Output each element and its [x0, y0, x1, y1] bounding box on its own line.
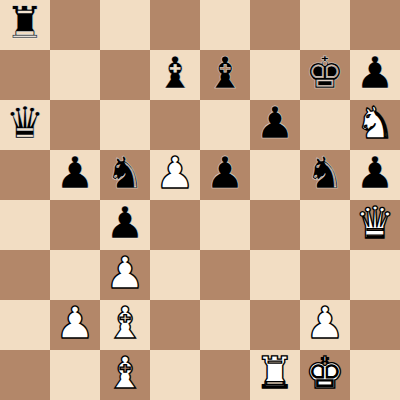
square-a1[interactable] [0, 350, 50, 400]
square-a4[interactable] [0, 200, 50, 250]
white-bishop-icon[interactable]: ♝ [105, 298, 144, 348]
square-c7[interactable] [100, 50, 150, 100]
square-d1[interactable] [150, 350, 200, 400]
white-bishop-icon[interactable]: ♝ [105, 348, 144, 398]
square-h5[interactable]: ♟ [350, 150, 400, 200]
square-a3[interactable] [0, 250, 50, 300]
black-pawn-icon[interactable]: ♟ [55, 148, 94, 198]
square-g3[interactable] [300, 250, 350, 300]
square-e3[interactable] [200, 250, 250, 300]
square-e5[interactable]: ♟ [200, 150, 250, 200]
square-a2[interactable] [0, 300, 50, 350]
square-a5[interactable] [0, 150, 50, 200]
square-f8[interactable] [250, 0, 300, 50]
square-h1[interactable] [350, 350, 400, 400]
black-king-icon[interactable]: ♚ [305, 48, 344, 98]
square-e2[interactable] [200, 300, 250, 350]
black-bishop-icon[interactable]: ♝ [205, 48, 244, 98]
square-b3[interactable] [50, 250, 100, 300]
square-f5[interactable] [250, 150, 300, 200]
square-g2[interactable]: ♟ [300, 300, 350, 350]
square-d2[interactable] [150, 300, 200, 350]
black-knight-icon[interactable]: ♞ [105, 148, 144, 198]
square-c4[interactable]: ♟ [100, 200, 150, 250]
white-rook-icon[interactable]: ♜ [255, 348, 294, 398]
square-c6[interactable] [100, 100, 150, 150]
square-d4[interactable] [150, 200, 200, 250]
square-e7[interactable]: ♝ [200, 50, 250, 100]
square-h8[interactable] [350, 0, 400, 50]
square-f3[interactable] [250, 250, 300, 300]
square-c1[interactable]: ♝ [100, 350, 150, 400]
white-knight-icon[interactable]: ♞ [355, 98, 394, 148]
white-pawn-icon[interactable]: ♟ [305, 298, 344, 348]
square-e6[interactable] [200, 100, 250, 150]
square-h6[interactable]: ♞ [350, 100, 400, 150]
square-d6[interactable] [150, 100, 200, 150]
black-pawn-icon[interactable]: ♟ [355, 48, 394, 98]
square-d7[interactable]: ♝ [150, 50, 200, 100]
black-pawn-icon[interactable]: ♟ [105, 198, 144, 248]
square-g4[interactable] [300, 200, 350, 250]
black-pawn-icon[interactable]: ♟ [355, 148, 394, 198]
square-b5[interactable]: ♟ [50, 150, 100, 200]
square-c3[interactable]: ♟ [100, 250, 150, 300]
square-d5[interactable]: ♟ [150, 150, 200, 200]
square-b8[interactable] [50, 0, 100, 50]
square-g6[interactable] [300, 100, 350, 150]
white-pawn-icon[interactable]: ♟ [55, 298, 94, 348]
chess-board: ♜♝♝♚♟♛♟♞♟♞♟♟♞♟♟♛♟♟♝♟♝♜♚ [0, 0, 400, 400]
square-h3[interactable] [350, 250, 400, 300]
square-a6[interactable]: ♛ [0, 100, 50, 150]
square-h7[interactable]: ♟ [350, 50, 400, 100]
square-f4[interactable] [250, 200, 300, 250]
white-king-icon[interactable]: ♚ [305, 348, 344, 398]
black-rook-icon[interactable]: ♜ [5, 0, 44, 48]
square-b1[interactable] [50, 350, 100, 400]
square-e4[interactable] [200, 200, 250, 250]
square-d8[interactable] [150, 0, 200, 50]
square-g7[interactable]: ♚ [300, 50, 350, 100]
square-c2[interactable]: ♝ [100, 300, 150, 350]
square-h2[interactable] [350, 300, 400, 350]
black-knight-icon[interactable]: ♞ [305, 148, 344, 198]
square-a8[interactable]: ♜ [0, 0, 50, 50]
white-pawn-icon[interactable]: ♟ [155, 148, 194, 198]
black-queen-icon[interactable]: ♛ [5, 98, 44, 148]
square-b2[interactable]: ♟ [50, 300, 100, 350]
square-f6[interactable]: ♟ [250, 100, 300, 150]
square-b4[interactable] [50, 200, 100, 250]
square-e1[interactable] [200, 350, 250, 400]
black-pawn-icon[interactable]: ♟ [205, 148, 244, 198]
white-pawn-icon[interactable]: ♟ [105, 248, 144, 298]
square-f2[interactable] [250, 300, 300, 350]
black-bishop-icon[interactable]: ♝ [155, 48, 194, 98]
square-g8[interactable] [300, 0, 350, 50]
square-b6[interactable] [50, 100, 100, 150]
square-f1[interactable]: ♜ [250, 350, 300, 400]
square-f7[interactable] [250, 50, 300, 100]
square-e8[interactable] [200, 0, 250, 50]
square-c5[interactable]: ♞ [100, 150, 150, 200]
white-queen-icon[interactable]: ♛ [355, 198, 394, 248]
square-d3[interactable] [150, 250, 200, 300]
black-pawn-icon[interactable]: ♟ [255, 98, 294, 148]
square-c8[interactable] [100, 0, 150, 50]
square-g5[interactable]: ♞ [300, 150, 350, 200]
square-g1[interactable]: ♚ [300, 350, 350, 400]
square-b7[interactable] [50, 50, 100, 100]
square-h4[interactable]: ♛ [350, 200, 400, 250]
square-a7[interactable] [0, 50, 50, 100]
